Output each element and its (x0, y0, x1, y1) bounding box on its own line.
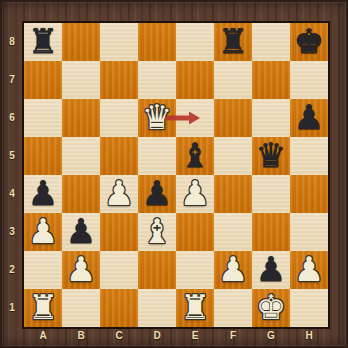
rank-label-3: 3 (2, 213, 22, 251)
piece-black-pawn[interactable]: ♟ (28, 174, 58, 212)
square-e7[interactable] (176, 61, 214, 99)
rank-label-1: 1 (2, 289, 22, 327)
square-b3[interactable]: ♟ (62, 213, 100, 251)
piece-white-pawn[interactable]: ♟ (180, 174, 210, 212)
piece-white-pawn[interactable]: ♟ (66, 250, 96, 288)
square-d1[interactable] (138, 289, 176, 327)
square-a5[interactable] (24, 137, 62, 175)
chess-board[interactable]: ♜♜♚♛♟♝♛♟♟♟♟♟♟♝♟♟♟♟♜♜♚ (24, 23, 328, 327)
square-e4[interactable]: ♟ (176, 175, 214, 213)
square-g7[interactable] (252, 61, 290, 99)
piece-black-queen[interactable]: ♛ (256, 136, 286, 174)
square-f2[interactable]: ♟ (214, 251, 252, 289)
file-labels: ABCDEFGH (24, 328, 328, 346)
rank-label-5: 5 (2, 137, 22, 175)
piece-black-bishop[interactable]: ♝ (180, 136, 210, 174)
square-h8[interactable]: ♚ (290, 23, 328, 61)
piece-black-pawn[interactable]: ♟ (142, 174, 172, 212)
square-c2[interactable] (100, 251, 138, 289)
piece-black-pawn[interactable]: ♟ (256, 250, 286, 288)
rank-label-7: 7 (2, 61, 22, 99)
square-d7[interactable] (138, 61, 176, 99)
square-b2[interactable]: ♟ (62, 251, 100, 289)
file-label-f: F (214, 328, 252, 346)
square-a8[interactable]: ♜ (24, 23, 62, 61)
square-a4[interactable]: ♟ (24, 175, 62, 213)
square-c8[interactable] (100, 23, 138, 61)
square-f4[interactable] (214, 175, 252, 213)
piece-white-king[interactable]: ♚ (256, 288, 286, 326)
square-b5[interactable] (62, 137, 100, 175)
square-h4[interactable] (290, 175, 328, 213)
square-f7[interactable] (214, 61, 252, 99)
piece-black-king[interactable]: ♚ (294, 22, 324, 60)
square-d5[interactable] (138, 137, 176, 175)
piece-white-pawn[interactable]: ♟ (294, 250, 324, 288)
piece-black-rook[interactable]: ♜ (28, 22, 58, 60)
square-d6[interactable]: ♛ (138, 99, 176, 137)
square-b8[interactable] (62, 23, 100, 61)
square-f1[interactable] (214, 289, 252, 327)
piece-white-bishop[interactable]: ♝ (142, 212, 172, 250)
square-g1[interactable]: ♚ (252, 289, 290, 327)
rank-label-2: 2 (2, 251, 22, 289)
rank-label-6: 6 (2, 99, 22, 137)
square-e2[interactable] (176, 251, 214, 289)
square-a7[interactable] (24, 61, 62, 99)
square-g4[interactable] (252, 175, 290, 213)
square-e6[interactable] (176, 99, 214, 137)
rank-labels: 87654321 (2, 23, 24, 327)
square-c4[interactable]: ♟ (100, 175, 138, 213)
square-g8[interactable] (252, 23, 290, 61)
square-d8[interactable] (138, 23, 176, 61)
square-c1[interactable] (100, 289, 138, 327)
square-a3[interactable]: ♟ (24, 213, 62, 251)
file-label-e: E (176, 328, 214, 346)
square-g2[interactable]: ♟ (252, 251, 290, 289)
piece-white-pawn[interactable]: ♟ (28, 212, 58, 250)
square-g5[interactable]: ♛ (252, 137, 290, 175)
square-h2[interactable]: ♟ (290, 251, 328, 289)
square-g3[interactable] (252, 213, 290, 251)
square-h1[interactable] (290, 289, 328, 327)
piece-white-pawn[interactable]: ♟ (218, 250, 248, 288)
square-e1[interactable]: ♜ (176, 289, 214, 327)
file-label-b: B (62, 328, 100, 346)
square-g6[interactable] (252, 99, 290, 137)
piece-white-rook[interactable]: ♜ (180, 288, 210, 326)
square-e5[interactable]: ♝ (176, 137, 214, 175)
rank-label-4: 4 (2, 175, 22, 213)
square-f5[interactable] (214, 137, 252, 175)
square-h3[interactable] (290, 213, 328, 251)
square-c7[interactable] (100, 61, 138, 99)
square-b1[interactable] (62, 289, 100, 327)
square-a1[interactable]: ♜ (24, 289, 62, 327)
file-label-h: H (290, 328, 328, 346)
rank-label-8: 8 (2, 23, 22, 61)
piece-black-pawn[interactable]: ♟ (294, 98, 324, 136)
square-a2[interactable] (24, 251, 62, 289)
square-d4[interactable]: ♟ (138, 175, 176, 213)
square-h5[interactable] (290, 137, 328, 175)
square-f8[interactable]: ♜ (214, 23, 252, 61)
file-label-d: D (138, 328, 176, 346)
square-f6[interactable] (214, 99, 252, 137)
square-c3[interactable] (100, 213, 138, 251)
square-b7[interactable] (62, 61, 100, 99)
square-c6[interactable] (100, 99, 138, 137)
square-b4[interactable] (62, 175, 100, 213)
piece-white-pawn[interactable]: ♟ (104, 174, 134, 212)
square-d3[interactable]: ♝ (138, 213, 176, 251)
piece-black-rook[interactable]: ♜ (218, 22, 248, 60)
piece-white-rook[interactable]: ♜ (28, 288, 58, 326)
square-a6[interactable] (24, 99, 62, 137)
square-d2[interactable] (138, 251, 176, 289)
piece-black-pawn[interactable]: ♟ (66, 212, 96, 250)
file-label-c: C (100, 328, 138, 346)
square-e8[interactable] (176, 23, 214, 61)
square-f3[interactable] (214, 213, 252, 251)
file-label-a: A (24, 328, 62, 346)
square-h6[interactable]: ♟ (290, 99, 328, 137)
square-c5[interactable] (100, 137, 138, 175)
file-label-g: G (252, 328, 290, 346)
square-e3[interactable] (176, 213, 214, 251)
piece-white-queen[interactable]: ♛ (142, 98, 172, 136)
square-h7[interactable] (290, 61, 328, 99)
square-b6[interactable] (62, 99, 100, 137)
chess-app-window: 87654321 ♜♜♚♛♟♝♛♟♟♟♟♟♟♝♟♟♟♟♜♜♚ ABCDEFGH (0, 0, 348, 348)
